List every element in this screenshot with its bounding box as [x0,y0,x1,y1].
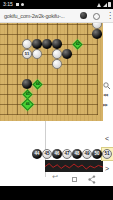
clock: 3:15 [3,0,13,9]
signal-icon [103,3,107,7]
winrate-graph [45,160,103,172]
grid-line [87,23,88,115]
refresh-icon[interactable] [93,13,100,20]
go-stone-white: 51 [22,49,32,59]
go-stone-black [92,29,102,39]
grid-line [0,94,98,95]
notification-icon [21,3,24,6]
go-stone-white [52,49,62,59]
next-chevron-icon[interactable]: > [105,165,109,172]
go-stone-black [62,49,72,59]
grid-line [0,114,98,115]
grid-line [0,84,98,85]
android-nav-bar [0,186,113,200]
share-icon[interactable] [88,175,96,184]
grid-line [47,23,48,115]
grid-line [37,23,38,115]
grid-line [0,64,98,65]
move-strip-stone[interactable]: 48 [72,149,83,160]
browser-toolbar: gokifu_com-2w2k-gokifu-... ⋮ [0,9,113,23]
prev-chevron-icon[interactable]: < [105,135,109,142]
rewind-icon[interactable]: ◀◀ [103,93,107,97]
overflow-menu-icon[interactable]: ⋮ [106,11,113,21]
battery-icon [108,2,111,7]
go-stone-black [22,79,32,89]
next-move-marker: 44 [32,79,42,89]
move-strip-stone[interactable]: 47 [62,149,73,160]
move-strip-stone[interactable]: 45 [42,149,53,160]
zoom-icon[interactable] [103,82,111,90]
notification-icon [16,3,19,6]
favicon-icon[interactable] [80,12,87,19]
grid-line [0,24,98,25]
move-strip-stone[interactable]: 46 [52,149,63,160]
grid-line [0,54,98,55]
grid-line [0,34,98,35]
stop-icon[interactable] [72,177,77,182]
grid-line [17,23,18,115]
grid-line [7,23,8,115]
grid-line [77,23,78,115]
go-stone-white [52,59,62,69]
go-stone-white [92,23,102,29]
grid-line [67,23,68,115]
phone-screen: 3:15 gokifu_com-2w2k-gokifu-... ⋮ 514244… [0,0,113,200]
grid-line [0,104,98,105]
status-icons [97,2,111,7]
grid-line [0,74,98,75]
next-move-marker: 46 [21,98,34,111]
go-board[interactable]: 5142444546 [0,23,103,121]
move-strip-stone[interactable]: 49 [82,149,93,160]
go-stone-black [42,39,52,49]
go-stone-black [32,39,42,49]
page-title: gokifu_com-2w2k-gokifu-... [4,13,65,19]
next-move-marker: 42 [72,39,82,49]
go-stone-white [32,49,42,59]
wifi-icon [97,3,101,7]
android-status-bar: 3:15 [0,0,113,9]
move-number-label: 51 [25,52,29,56]
go-stone-black [52,39,62,49]
undo-icon[interactable]: ↩ [52,173,58,181]
go-stone-white [22,39,32,49]
fast-forward-icon[interactable]: ▶▶ [103,103,107,107]
move-strip-stone[interactable]: 44 [32,149,43,160]
